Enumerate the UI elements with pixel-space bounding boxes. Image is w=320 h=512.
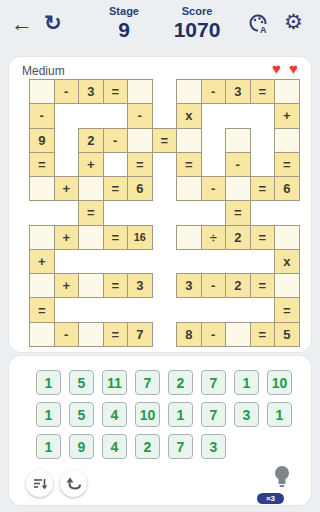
board-cell-r1c7[interactable] (176, 79, 202, 104)
board-cell-r11c10: = (250, 322, 276, 347)
board-cell-r4c3: + (78, 152, 104, 177)
board-cell-r3c4: - (103, 128, 129, 153)
board-cell-r9c2: + (54, 273, 80, 298)
board-cell-r8c11: x (274, 249, 300, 274)
theme-palette-button[interactable]: A (248, 13, 270, 38)
board-cell-r7c1[interactable] (29, 225, 55, 250)
back-button[interactable]: ← (11, 13, 33, 35)
number-tile-1[interactable]: 1 (36, 402, 61, 427)
board-cell-r3c9[interactable] (225, 128, 251, 153)
board-cell-r9c3[interactable] (78, 273, 104, 298)
board-cell-r9c9: 2 (225, 273, 251, 298)
board-cell-r10c11: = (274, 297, 300, 322)
board-cell-r2c7: x (176, 103, 202, 128)
board-cell-r5c2: + (54, 176, 80, 201)
board-cell-r3c1: 9 (29, 128, 55, 153)
restart-icon[interactable]: ↻ (44, 12, 62, 33)
board-cell-r1c10: = (250, 79, 276, 104)
board-cell-r2c5: - (127, 103, 153, 128)
board-cell-r1c11[interactable] (274, 79, 300, 104)
board-cell-r7c11[interactable] (274, 225, 300, 250)
board-cell-r11c5: 7 (127, 322, 153, 347)
board-cell-r1c5[interactable] (127, 79, 153, 104)
lightbulb-icon (271, 464, 293, 492)
board-cell-r7c5: 16 (127, 225, 153, 250)
board-cell-r9c8: - (201, 273, 227, 298)
board-cell-r5c9[interactable] (225, 176, 251, 201)
number-tile-11[interactable]: 11 (102, 370, 127, 395)
board-cell-r7c2: + (54, 225, 80, 250)
board-cell-r11c9[interactable] (225, 322, 251, 347)
board-cell-r2c1: - (29, 103, 55, 128)
lives-hearts: ♥ ♥ (272, 60, 300, 77)
number-tray-card: 1511727110154101731194273 ×3 (9, 356, 311, 505)
tile-row-3: 194273 (36, 434, 292, 459)
puzzle-board-card: Medium ♥ ♥ -3=-3=--x+92-==+==-=+=6-=6==+… (9, 57, 311, 352)
board-cell-r11c2: - (54, 322, 80, 347)
board-cell-r5c10: = (250, 176, 276, 201)
board-cell-r11c1[interactable] (29, 322, 55, 347)
sort-icon (32, 476, 48, 492)
top-bar: ← ↻ Stage 9 Score 1070 A ⚙ (0, 0, 320, 54)
board-cell-r5c8: - (201, 176, 227, 201)
board-cell-r1c2: - (54, 79, 80, 104)
number-tile-2[interactable]: 2 (168, 370, 193, 395)
number-tile-5[interactable]: 5 (69, 370, 94, 395)
board-cell-r9c5: 3 (127, 273, 153, 298)
board-cell-r3c11[interactable] (274, 128, 300, 153)
board-cell-r4c9: - (225, 152, 251, 177)
number-tile-7[interactable]: 7 (168, 434, 193, 459)
board-cell-r4c5: = (127, 152, 153, 177)
number-tile-7[interactable]: 7 (201, 370, 226, 395)
number-tile-7[interactable]: 7 (201, 402, 226, 427)
number-tile-2[interactable]: 2 (135, 434, 160, 459)
number-tile-1[interactable]: 1 (267, 402, 292, 427)
score-label: Score (162, 5, 232, 17)
difficulty-label: Medium (22, 64, 65, 78)
board-cell-r3c6: = (152, 128, 178, 153)
stage-value: 9 (98, 18, 150, 42)
number-tile-1[interactable]: 1 (234, 370, 259, 395)
score-stat: Score 1070 (162, 5, 232, 42)
number-tile-5[interactable]: 5 (69, 402, 94, 427)
board-cell-r3c3: 2 (78, 128, 104, 153)
board-cell-r1c9: 3 (225, 79, 251, 104)
board-cell-r5c5: 6 (127, 176, 153, 201)
board-cell-r5c7[interactable] (176, 176, 202, 201)
number-tile-4[interactable]: 4 (102, 402, 127, 427)
stage-label: Stage (98, 5, 150, 17)
board-cell-r4c11: = (274, 152, 300, 177)
board-cell-r8c1: + (29, 249, 55, 274)
board-cell-r2c11: + (274, 103, 300, 128)
number-tile-1[interactable]: 1 (168, 402, 193, 427)
stage-stat: Stage 9 (98, 5, 150, 42)
board-cell-r9c4: = (103, 273, 129, 298)
number-tile-10[interactable]: 10 (267, 370, 292, 395)
board-cell-r1c3: 3 (78, 79, 104, 104)
settings-gear-icon[interactable]: ⚙ (284, 11, 303, 32)
undo-button[interactable] (60, 470, 87, 497)
board-cell-r7c7[interactable] (176, 225, 202, 250)
board-cell-r11c3[interactable] (78, 322, 104, 347)
board-cell-r9c7: 3 (176, 273, 202, 298)
board-cell-r5c1[interactable] (29, 176, 55, 201)
sort-tiles-button[interactable] (26, 470, 53, 497)
number-tile-10[interactable]: 10 (135, 402, 160, 427)
tile-row-1: 1511727110 (36, 370, 292, 395)
board-cell-r6c9: = (225, 200, 251, 225)
crossmath-grid: -3=-3=--x+92-==+==-=+=6-=6==+=16÷2=+x+=3… (29, 79, 301, 347)
board-cell-r7c10: = (250, 225, 276, 250)
number-tile-3[interactable]: 3 (201, 434, 226, 459)
hint-count-badge: ×3 (257, 493, 284, 504)
board-cell-r7c3[interactable] (78, 225, 104, 250)
board-cell-r1c1[interactable] (29, 79, 55, 104)
board-cell-r7c8: ÷ (201, 225, 227, 250)
number-tile-3[interactable]: 3 (234, 402, 259, 427)
board-cell-r3c7[interactable] (176, 128, 202, 153)
board-cell-r9c1[interactable] (29, 273, 55, 298)
number-tile-rows: 1511727110154101731194273 (36, 370, 292, 466)
number-tile-7[interactable]: 7 (135, 370, 160, 395)
svg-text:A: A (260, 25, 267, 35)
board-cell-r7c9: 2 (225, 225, 251, 250)
number-tile-1[interactable]: 1 (36, 434, 61, 459)
number-tile-9[interactable]: 9 (69, 434, 94, 459)
board-cell-r11c4: = (103, 322, 129, 347)
tile-row-2: 154101731 (36, 402, 292, 427)
number-tile-4[interactable]: 4 (102, 434, 127, 459)
board-cell-r6c3: = (78, 200, 104, 225)
board-cell-r11c11: 5 (274, 322, 300, 347)
board-cell-r1c8: - (201, 79, 227, 104)
board-cell-r9c10: = (250, 273, 276, 298)
board-cell-r5c4: = (103, 176, 129, 201)
board-cell-r1c4: = (103, 79, 129, 104)
board-cell-r9c11[interactable] (274, 273, 300, 298)
board-cell-r11c8: - (201, 322, 227, 347)
board-cell-r10c1: = (29, 297, 55, 322)
board-cell-r11c7: 8 (176, 322, 202, 347)
undo-arrow-icon (66, 476, 82, 492)
board-cell-r4c1: = (29, 152, 55, 177)
board-cell-r3c5[interactable] (127, 128, 153, 153)
score-value: 1070 (162, 18, 232, 42)
board-cell-r4c7: = (176, 152, 202, 177)
board-cell-r5c11: 6 (274, 176, 300, 201)
board-cell-r7c4: = (103, 225, 129, 250)
number-tile-1[interactable]: 1 (36, 370, 61, 395)
board-cell-r5c3[interactable] (78, 176, 104, 201)
